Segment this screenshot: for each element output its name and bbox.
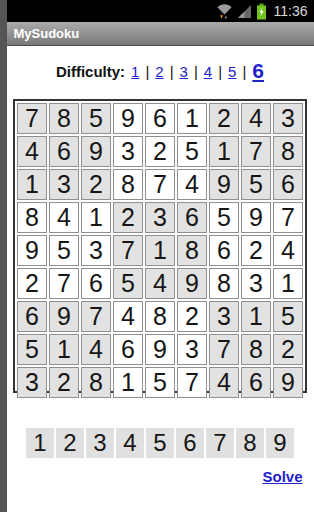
cell-r9c4[interactable]: 1 xyxy=(113,367,143,398)
sudoku-board: 7859612434693251781328749568412365979537… xyxy=(13,99,307,393)
cell-r8c7[interactable]: 7 xyxy=(209,334,239,365)
cell-r5c7[interactable]: 6 xyxy=(209,235,239,266)
difficulty-row: Difficulty: 1 | 2 | 3 | 4 | 5 | 6 xyxy=(7,58,314,84)
title-bar: MySudoku xyxy=(7,22,314,46)
cell-r9c9[interactable]: 9 xyxy=(273,367,303,398)
cell-r3c2[interactable]: 3 xyxy=(49,169,79,200)
numpad-button-3[interactable]: 3 xyxy=(86,428,114,458)
cell-r5c2[interactable]: 5 xyxy=(49,235,79,266)
cell-r2c6[interactable]: 5 xyxy=(177,136,207,167)
cell-r7c9[interactable]: 5 xyxy=(273,301,303,332)
cell-r3c7[interactable]: 9 xyxy=(209,169,239,200)
difficulty-link-4[interactable]: 4 xyxy=(204,63,212,80)
cell-r4c5[interactable]: 3 xyxy=(145,202,175,233)
cell-r2c5[interactable]: 2 xyxy=(145,136,175,167)
cell-r2c1[interactable]: 4 xyxy=(17,136,47,167)
cell-r1c7[interactable]: 2 xyxy=(209,103,239,134)
cell-r2c9[interactable]: 8 xyxy=(273,136,303,167)
battery-charging-icon xyxy=(256,3,267,20)
cell-r4c4[interactable]: 2 xyxy=(113,202,143,233)
cell-r1c2[interactable]: 8 xyxy=(49,103,79,134)
difficulty-separator: | xyxy=(170,63,174,80)
cell-r8c8[interactable]: 8 xyxy=(241,334,271,365)
cell-r4c7[interactable]: 5 xyxy=(209,202,239,233)
cell-r7c7[interactable]: 3 xyxy=(209,301,239,332)
cell-r3c6[interactable]: 4 xyxy=(177,169,207,200)
numpad-button-4[interactable]: 4 xyxy=(116,428,144,458)
difficulty-link-5[interactable]: 5 xyxy=(228,63,236,80)
cell-r6c3[interactable]: 6 xyxy=(81,268,111,299)
cell-r2c3[interactable]: 9 xyxy=(81,136,111,167)
cell-r3c4[interactable]: 8 xyxy=(113,169,143,200)
cell-r6c6[interactable]: 9 xyxy=(177,268,207,299)
signal-icon xyxy=(237,4,252,19)
solve-link[interactable]: Solve xyxy=(262,468,302,485)
cell-r2c8[interactable]: 7 xyxy=(241,136,271,167)
difficulty-separator: | xyxy=(242,63,246,80)
cell-r9c2[interactable]: 2 xyxy=(49,367,79,398)
cell-r7c5[interactable]: 8 xyxy=(145,301,175,332)
cell-r1c4[interactable]: 9 xyxy=(113,103,143,134)
numpad-button-9[interactable]: 9 xyxy=(266,428,294,458)
cell-r7c8[interactable]: 1 xyxy=(241,301,271,332)
cell-r9c6[interactable]: 7 xyxy=(177,367,207,398)
cell-r8c1[interactable]: 5 xyxy=(17,334,47,365)
difficulty-label: Difficulty: xyxy=(56,63,125,80)
cell-r3c3[interactable]: 2 xyxy=(81,169,111,200)
app-screen: 11:36 MySudoku Difficulty: 1 | 2 | 3 | 4… xyxy=(7,0,314,512)
cell-r7c6[interactable]: 2 xyxy=(177,301,207,332)
cell-r6c7[interactable]: 8 xyxy=(209,268,239,299)
cell-r8c9[interactable]: 2 xyxy=(273,334,303,365)
cell-r1c5[interactable]: 6 xyxy=(145,103,175,134)
cell-r7c3[interactable]: 7 xyxy=(81,301,111,332)
numpad-button-7[interactable]: 7 xyxy=(206,428,234,458)
cell-r4c2[interactable]: 4 xyxy=(49,202,79,233)
difficulty-link-2[interactable]: 2 xyxy=(155,63,163,80)
difficulty-link-1[interactable]: 1 xyxy=(131,63,139,80)
cell-r5c3[interactable]: 3 xyxy=(81,235,111,266)
cell-r1c9[interactable]: 3 xyxy=(273,103,303,134)
cell-r6c4[interactable]: 5 xyxy=(113,268,143,299)
cell-r8c4[interactable]: 6 xyxy=(113,334,143,365)
cell-r5c4[interactable]: 7 xyxy=(113,235,143,266)
difficulty-separator: | xyxy=(194,63,198,80)
cell-r9c5[interactable]: 5 xyxy=(145,367,175,398)
cell-r1c6[interactable]: 1 xyxy=(177,103,207,134)
app-title: MySudoku xyxy=(14,26,80,41)
numpad-button-2[interactable]: 2 xyxy=(56,428,84,458)
cell-r7c1[interactable]: 6 xyxy=(17,301,47,332)
cell-r3c8[interactable]: 5 xyxy=(241,169,271,200)
cell-r7c2[interactable]: 9 xyxy=(49,301,79,332)
cell-r8c2[interactable]: 1 xyxy=(49,334,79,365)
cell-r5c5[interactable]: 1 xyxy=(145,235,175,266)
cell-r5c6[interactable]: 8 xyxy=(177,235,207,266)
status-bar: 11:36 xyxy=(7,0,314,22)
numpad-button-8[interactable]: 8 xyxy=(236,428,264,458)
cell-r8c5[interactable]: 9 xyxy=(145,334,175,365)
cell-r9c3[interactable]: 8 xyxy=(81,367,111,398)
cell-r9c8[interactable]: 6 xyxy=(241,367,271,398)
cell-r2c2[interactable]: 6 xyxy=(49,136,79,167)
cell-r6c2[interactable]: 7 xyxy=(49,268,79,299)
cell-r9c7[interactable]: 4 xyxy=(209,367,239,398)
cell-r4c3[interactable]: 1 xyxy=(81,202,111,233)
difficulty-separator: | xyxy=(218,63,222,80)
solve-row: Solve xyxy=(7,468,314,486)
cell-r8c3[interactable]: 4 xyxy=(81,334,111,365)
cell-r6c9[interactable]: 1 xyxy=(273,268,303,299)
difficulty-link-6[interactable]: 6 xyxy=(252,59,264,83)
cell-r2c4[interactable]: 3 xyxy=(113,136,143,167)
cell-r4c1[interactable]: 8 xyxy=(17,202,47,233)
cell-r3c5[interactable]: 7 xyxy=(145,169,175,200)
cell-r7c4[interactable]: 4 xyxy=(113,301,143,332)
cell-r2c7[interactable]: 1 xyxy=(209,136,239,167)
cell-r4c8[interactable]: 9 xyxy=(241,202,271,233)
cell-r4c6[interactable]: 6 xyxy=(177,202,207,233)
wifi-icon xyxy=(216,3,233,20)
cell-r1c8[interactable]: 4 xyxy=(241,103,271,134)
cell-r5c9[interactable]: 4 xyxy=(273,235,303,266)
cell-r3c9[interactable]: 6 xyxy=(273,169,303,200)
cell-r6c8[interactable]: 3 xyxy=(241,268,271,299)
cell-r5c1[interactable]: 9 xyxy=(17,235,47,266)
cell-r1c3[interactable]: 5 xyxy=(81,103,111,134)
difficulty-link-3[interactable]: 3 xyxy=(180,63,188,80)
cell-r6c5[interactable]: 4 xyxy=(145,268,175,299)
cell-r8c6[interactable]: 3 xyxy=(177,334,207,365)
cell-r3c1[interactable]: 1 xyxy=(17,169,47,200)
numpad-button-5[interactable]: 5 xyxy=(146,428,174,458)
difficulty-separator: | xyxy=(145,63,149,80)
numpad-button-1[interactable]: 1 xyxy=(26,428,54,458)
cell-r1c1[interactable]: 7 xyxy=(17,103,47,134)
numpad-button-6[interactable]: 6 xyxy=(176,428,204,458)
cell-r9c1[interactable]: 3 xyxy=(17,367,47,398)
cell-r6c1[interactable]: 2 xyxy=(17,268,47,299)
clock-text: 11:36 xyxy=(274,0,308,22)
cell-r5c8[interactable]: 2 xyxy=(241,235,271,266)
cell-r4c9[interactable]: 7 xyxy=(273,202,303,233)
numpad: 123456789 xyxy=(7,428,314,458)
